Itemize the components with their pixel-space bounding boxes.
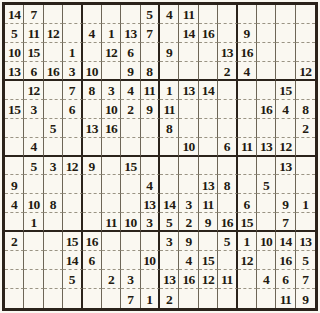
given-digit: 3	[69, 64, 75, 78]
cell-r8c1[interactable]	[5, 138, 24, 157]
cell-r12c2[interactable]: 1	[24, 213, 43, 232]
cell-r10c4[interactable]	[63, 175, 82, 194]
given-digit: 14	[279, 235, 291, 249]
cell-r8c15[interactable]: 12	[276, 138, 295, 157]
cell-r3c2[interactable]: 15	[24, 43, 43, 62]
cell-r11c8[interactable]: 13	[141, 194, 160, 213]
cell-r2c6[interactable]: 1	[102, 24, 121, 43]
cell-r7c5[interactable]: 13	[83, 119, 102, 138]
cell-r4c16[interactable]: 12	[296, 62, 315, 81]
given-digit: 5	[146, 8, 152, 22]
cell-r5c14[interactable]	[257, 81, 276, 100]
cell-r2c8[interactable]: 7	[141, 24, 160, 43]
given-digit: 7	[302, 273, 308, 287]
cell-r6c3[interactable]	[44, 100, 63, 119]
cell-r6c4[interactable]: 6	[63, 100, 82, 119]
cell-r2c15[interactable]	[276, 24, 295, 43]
cell-r8c7[interactable]	[121, 138, 140, 157]
cell-r10c7[interactable]	[121, 175, 140, 194]
cell-r5c2[interactable]: 12	[24, 81, 43, 100]
cell-r3c9[interactable]: 9	[160, 43, 179, 62]
cell-r10c14[interactable]: 5	[257, 175, 276, 194]
cell-r15c3[interactable]	[44, 270, 63, 289]
given-digit: 2	[11, 235, 17, 249]
cell-r6c14[interactable]: 16	[257, 100, 276, 119]
cell-r12c11[interactable]: 9	[199, 213, 218, 232]
cell-r12c9[interactable]: 5	[160, 213, 179, 232]
cell-r11c2[interactable]: 10	[24, 194, 43, 213]
cell-r3c7[interactable]: 6	[121, 43, 140, 62]
cell-r4c8[interactable]: 8	[141, 62, 160, 81]
cell-r14c14[interactable]	[257, 251, 276, 270]
cell-r15c1[interactable]	[5, 270, 24, 289]
cell-r5c3[interactable]	[44, 81, 63, 100]
cell-r9c1[interactable]	[5, 157, 24, 176]
cell-r13c12[interactable]: 5	[218, 232, 237, 251]
cell-r12c10[interactable]: 2	[179, 213, 198, 232]
cell-r3c12[interactable]: 13	[218, 43, 237, 62]
cell-r1c12[interactable]	[218, 5, 237, 24]
cell-r9c9[interactable]	[160, 157, 179, 176]
cell-r13c7[interactable]	[121, 232, 140, 251]
given-digit: 14	[8, 8, 20, 22]
cell-r8c16[interactable]	[296, 138, 315, 157]
cell-r6c12[interactable]	[218, 100, 237, 119]
cell-r10c10[interactable]	[179, 175, 198, 194]
cell-r12c13[interactable]: 15	[238, 213, 257, 232]
cell-r15c6[interactable]: 2	[102, 270, 121, 289]
cell-r1c3[interactable]	[44, 5, 63, 24]
cell-r7c2[interactable]	[24, 119, 43, 138]
cell-r4c11[interactable]	[199, 62, 218, 81]
given-digit: 12	[279, 140, 291, 154]
cell-r9c11[interactable]	[199, 157, 218, 176]
cell-r11c5[interactable]	[83, 194, 102, 213]
cell-r13c16[interactable]: 13	[296, 232, 315, 251]
cell-r5c11[interactable]: 14	[199, 81, 218, 100]
cell-r1c10[interactable]: 11	[179, 5, 198, 24]
cell-r14c7[interactable]	[121, 251, 140, 270]
given-digit: 6	[244, 197, 250, 211]
cell-r8c8[interactable]	[141, 138, 160, 157]
cell-r3c16[interactable]	[296, 43, 315, 62]
cell-r5c1[interactable]	[5, 81, 24, 100]
cell-r16c1[interactable]	[5, 289, 24, 308]
given-digit: 4	[30, 140, 36, 154]
cell-r9c3[interactable]: 3	[44, 157, 63, 176]
cell-r13c5[interactable]: 16	[83, 232, 102, 251]
given-digit: 9	[302, 292, 308, 306]
cell-r14c13[interactable]: 12	[238, 251, 257, 270]
cell-r10c9[interactable]	[160, 175, 179, 194]
cell-r8c14[interactable]: 13	[257, 138, 276, 157]
cell-r12c14[interactable]	[257, 213, 276, 232]
cell-r7c3[interactable]: 5	[44, 119, 63, 138]
cell-r7c8[interactable]	[141, 119, 160, 138]
cell-r3c3[interactable]	[44, 43, 63, 62]
cell-r13c1[interactable]: 2	[5, 232, 24, 251]
cell-r1c16[interactable]	[296, 5, 315, 24]
cell-r16c15[interactable]: 11	[276, 289, 295, 308]
cell-r13c11[interactable]	[199, 232, 218, 251]
cell-r11c9[interactable]: 14	[160, 194, 179, 213]
cell-r3c6[interactable]: 12	[102, 43, 121, 62]
cell-r9c10[interactable]	[179, 157, 198, 176]
cell-r1c9[interactable]: 4	[160, 5, 179, 24]
cell-r3c1[interactable]: 10	[5, 43, 24, 62]
cell-r9c12[interactable]	[218, 157, 237, 176]
cell-r9c2[interactable]: 5	[24, 157, 43, 176]
cell-r15c5[interactable]	[83, 270, 102, 289]
given-digit: 9	[146, 102, 152, 116]
cell-r8c13[interactable]: 11	[238, 138, 257, 157]
cell-r7c11[interactable]	[199, 119, 218, 138]
cell-r14c5[interactable]: 6	[83, 251, 102, 270]
given-digit: 9	[127, 64, 133, 78]
cell-r5c15[interactable]: 15	[276, 81, 295, 100]
given-digit: 2	[108, 273, 114, 287]
cell-r14c1[interactable]	[5, 251, 24, 270]
cell-r13c2[interactable]	[24, 232, 43, 251]
sudoku-16x16-board: 1475411511124113714169101511269131613616…	[2, 2, 318, 311]
cell-r14c12[interactable]	[218, 251, 237, 270]
cell-r2c16[interactable]	[296, 24, 315, 43]
cell-r7c10[interactable]	[179, 119, 198, 138]
cell-r1c6[interactable]	[102, 5, 121, 24]
cell-r3c15[interactable]	[276, 43, 295, 62]
cell-r4c2[interactable]: 6	[24, 62, 43, 81]
given-digit: 1	[30, 216, 36, 230]
cell-r11c1[interactable]: 4	[5, 194, 24, 213]
cell-r7c15[interactable]	[276, 119, 295, 138]
cell-r11c6[interactable]	[102, 194, 121, 213]
cell-r11c12[interactable]	[218, 194, 237, 213]
cell-r4c14[interactable]	[257, 62, 276, 81]
cell-r10c11[interactable]: 13	[199, 175, 218, 194]
cell-r1c14[interactable]	[257, 5, 276, 24]
cell-r1c2[interactable]: 7	[24, 5, 43, 24]
cell-r15c14[interactable]: 4	[257, 270, 276, 289]
cell-r10c16[interactable]	[296, 175, 315, 194]
cell-r8c5[interactable]	[83, 138, 102, 157]
cell-r4c6[interactable]	[102, 62, 121, 81]
given-digit: 7	[69, 83, 75, 97]
cell-r13c10[interactable]: 9	[179, 232, 198, 251]
cell-r12c12[interactable]: 16	[218, 213, 237, 232]
given-digit: 1	[302, 197, 308, 211]
cell-r11c11[interactable]: 11	[199, 194, 218, 213]
cell-r2c12[interactable]	[218, 24, 237, 43]
cell-r15c2[interactable]	[24, 270, 43, 289]
cell-r4c7[interactable]: 9	[121, 62, 140, 81]
cell-r13c15[interactable]: 14	[276, 232, 295, 251]
cell-r10c13[interactable]	[238, 175, 257, 194]
cell-r10c6[interactable]	[102, 175, 121, 194]
cell-r13c3[interactable]	[44, 232, 63, 251]
given-digit: 3	[166, 235, 172, 249]
cell-r7c12[interactable]	[218, 119, 237, 138]
cell-r16c4[interactable]	[63, 289, 82, 308]
cell-r4c4[interactable]: 3	[63, 62, 82, 81]
cell-r15c12[interactable]: 11	[218, 270, 237, 289]
cell-r6c6[interactable]: 10	[102, 100, 121, 119]
cell-r10c5[interactable]	[83, 175, 102, 194]
given-digit: 16	[241, 46, 253, 60]
cell-r3c13[interactable]: 16	[238, 43, 257, 62]
cell-r11c13[interactable]: 6	[238, 194, 257, 213]
cell-r14c15[interactable]: 16	[276, 251, 295, 270]
cell-r5c10[interactable]: 13	[179, 81, 198, 100]
cell-r8c12[interactable]: 6	[218, 138, 237, 157]
cell-r4c1[interactable]: 13	[5, 62, 24, 81]
cell-r16c8[interactable]: 1	[141, 289, 160, 308]
cell-r2c14[interactable]	[257, 24, 276, 43]
cell-r12c3[interactable]	[44, 213, 63, 232]
cell-r10c2[interactable]	[24, 175, 43, 194]
cell-r4c15[interactable]	[276, 62, 295, 81]
cell-r10c3[interactable]	[44, 175, 63, 194]
cell-r5c8[interactable]: 11	[141, 81, 160, 100]
cell-r9c16[interactable]	[296, 157, 315, 176]
cell-r2c9[interactable]	[160, 24, 179, 43]
cell-r16c7[interactable]: 7	[121, 289, 140, 308]
given-digit: 13	[8, 64, 20, 78]
cell-r5c12[interactable]	[218, 81, 237, 100]
cell-r5c13[interactable]	[238, 81, 257, 100]
cell-r12c4[interactable]	[63, 213, 82, 232]
cell-r7c9[interactable]: 8	[160, 119, 179, 138]
cell-r6c2[interactable]: 3	[24, 100, 43, 119]
cell-r13c13[interactable]: 1	[238, 232, 257, 251]
given-digit: 5	[302, 254, 308, 268]
cell-r9c8[interactable]	[141, 157, 160, 176]
cell-r13c6[interactable]	[102, 232, 121, 251]
cell-r14c4[interactable]: 14	[63, 251, 82, 270]
cell-r10c8[interactable]: 4	[141, 175, 160, 194]
given-digit: 3	[108, 83, 114, 97]
cell-r16c11[interactable]	[199, 289, 218, 308]
cell-r7c7[interactable]	[121, 119, 140, 138]
cell-r6c7[interactable]: 2	[121, 100, 140, 119]
cell-r10c15[interactable]	[276, 175, 295, 194]
cell-r2c13[interactable]: 9	[238, 24, 257, 43]
cell-r3c5[interactable]	[83, 43, 102, 62]
cell-r11c4[interactable]	[63, 194, 82, 213]
cell-r4c3[interactable]: 16	[44, 62, 63, 81]
cell-r15c16[interactable]: 7	[296, 270, 315, 289]
given-digit: 11	[28, 27, 40, 41]
cell-r6c16[interactable]: 8	[296, 100, 315, 119]
cell-r4c10[interactable]	[179, 62, 198, 81]
given-digit: 16	[221, 216, 233, 230]
cell-r3c10[interactable]	[179, 43, 198, 62]
cell-r8c11[interactable]	[199, 138, 218, 157]
given-digit: 3	[185, 197, 191, 211]
cell-r12c1[interactable]	[5, 213, 24, 232]
given-digit: 11	[221, 273, 233, 287]
cell-r16c5[interactable]	[83, 289, 102, 308]
given-digit: 16	[260, 102, 272, 116]
cell-r7c13[interactable]	[238, 119, 257, 138]
cell-r11c16[interactable]: 1	[296, 194, 315, 213]
cell-r16c12[interactable]	[218, 289, 237, 308]
cell-r2c4[interactable]	[63, 24, 82, 43]
given-digit: 11	[280, 292, 292, 306]
cell-r6c5[interactable]	[83, 100, 102, 119]
cell-r16c13[interactable]	[238, 289, 257, 308]
cell-r5c7[interactable]: 4	[121, 81, 140, 100]
cell-r16c10[interactable]	[179, 289, 198, 308]
cell-r2c3[interactable]: 12	[44, 24, 63, 43]
cell-r14c11[interactable]: 15	[199, 251, 218, 270]
cell-r9c15[interactable]: 13	[276, 157, 295, 176]
cell-r7c1[interactable]	[5, 119, 24, 138]
cell-r7c4[interactable]	[63, 119, 82, 138]
cell-r1c7[interactable]	[121, 5, 140, 24]
given-digit: 14	[202, 83, 214, 97]
cell-r13c9[interactable]: 3	[160, 232, 179, 251]
cell-r9c6[interactable]	[102, 157, 121, 176]
cell-r3c11[interactable]	[199, 43, 218, 62]
cell-r12c6[interactable]: 11	[102, 213, 121, 232]
cell-r5c9[interactable]: 1	[160, 81, 179, 100]
puzzle-page: 1475411511124113714169101511269131613616…	[0, 0, 320, 313]
cell-r12c15[interactable]: 7	[276, 213, 295, 232]
cell-r6c13[interactable]	[238, 100, 257, 119]
cell-r8c3[interactable]	[44, 138, 63, 157]
cell-r16c16[interactable]: 9	[296, 289, 315, 308]
cell-r1c5[interactable]	[83, 5, 102, 24]
cell-r2c10[interactable]: 14	[179, 24, 198, 43]
cell-r16c14[interactable]	[257, 289, 276, 308]
given-digit: 11	[202, 197, 214, 211]
cell-r16c3[interactable]	[44, 289, 63, 308]
cell-r8c6[interactable]	[102, 138, 121, 157]
cell-r15c10[interactable]: 16	[179, 270, 198, 289]
cell-r11c3[interactable]: 8	[44, 194, 63, 213]
given-digit: 6	[224, 140, 230, 154]
cell-r9c14[interactable]	[257, 157, 276, 176]
cell-r9c5[interactable]: 9	[83, 157, 102, 176]
given-digit: 2	[127, 102, 133, 116]
cell-r2c11[interactable]: 16	[199, 24, 218, 43]
cell-r4c12[interactable]: 2	[218, 62, 237, 81]
cell-r13c4[interactable]: 15	[63, 232, 82, 251]
cell-r14c10[interactable]: 4	[179, 251, 198, 270]
cell-r16c2[interactable]	[24, 289, 43, 308]
cell-r14c16[interactable]: 5	[296, 251, 315, 270]
cell-r13c8[interactable]	[141, 232, 160, 251]
cell-r2c2[interactable]: 11	[24, 24, 43, 43]
cell-r4c5[interactable]: 10	[83, 62, 102, 81]
given-digit: 16	[105, 121, 117, 135]
cell-r15c4[interactable]: 5	[63, 270, 82, 289]
cell-r9c13[interactable]	[238, 157, 257, 176]
cell-r9c7[interactable]: 15	[121, 157, 140, 176]
cell-r16c9[interactable]: 2	[160, 289, 179, 308]
cell-r1c11[interactable]	[199, 5, 218, 24]
cell-r5c16[interactable]	[296, 81, 315, 100]
cell-r2c1[interactable]: 5	[5, 24, 24, 43]
cell-r7c16[interactable]: 2	[296, 119, 315, 138]
cell-r12c5[interactable]	[83, 213, 102, 232]
given-digit: 15	[279, 83, 291, 97]
cell-r15c9[interactable]: 13	[160, 270, 179, 289]
given-digit: 4	[89, 27, 95, 41]
given-digit: 3	[146, 216, 152, 230]
cell-r13c14[interactable]: 10	[257, 232, 276, 251]
given-digit: 5	[11, 27, 17, 41]
cell-r12c16[interactable]	[296, 213, 315, 232]
cell-r1c1[interactable]: 14	[5, 5, 24, 24]
cell-r5c6[interactable]: 3	[102, 81, 121, 100]
cell-r3c8[interactable]	[141, 43, 160, 62]
cell-r7c6[interactable]: 16	[102, 119, 121, 138]
given-digit: 12	[105, 46, 117, 60]
cell-r7c14[interactable]	[257, 119, 276, 138]
cell-r15c11[interactable]: 12	[199, 270, 218, 289]
given-digit: 2	[302, 121, 308, 135]
cell-r1c8[interactable]: 5	[141, 5, 160, 24]
cell-r14c9[interactable]	[160, 251, 179, 270]
cell-r12c7[interactable]: 10	[121, 213, 140, 232]
cell-r8c10[interactable]: 10	[179, 138, 198, 157]
cell-r4c9[interactable]	[160, 62, 179, 81]
cell-r1c15[interactable]	[276, 5, 295, 24]
cell-r8c4[interactable]	[63, 138, 82, 157]
given-digit: 4	[263, 273, 269, 287]
cell-r15c8[interactable]	[141, 270, 160, 289]
cell-r6c1[interactable]: 15	[5, 100, 24, 119]
given-digit: 12	[202, 273, 214, 287]
cell-r16c6[interactable]	[102, 289, 121, 308]
cell-r6c10[interactable]	[179, 100, 198, 119]
cell-r12c8[interactable]: 3	[141, 213, 160, 232]
cell-r5c5[interactable]: 8	[83, 81, 102, 100]
cell-r10c1[interactable]: 9	[5, 175, 24, 194]
cell-r6c15[interactable]: 4	[276, 100, 295, 119]
cell-r1c13[interactable]	[238, 5, 257, 24]
cell-r14c8[interactable]: 10	[141, 251, 160, 270]
given-digit: 3	[127, 273, 133, 287]
cell-r8c9[interactable]	[160, 138, 179, 157]
cell-r9c4[interactable]: 12	[63, 157, 82, 176]
cell-r10c12[interactable]: 8	[218, 175, 237, 194]
cell-r14c3[interactable]	[44, 251, 63, 270]
cell-r14c2[interactable]	[24, 251, 43, 270]
cell-r3c4[interactable]: 1	[63, 43, 82, 62]
cell-r4c13[interactable]: 4	[238, 62, 257, 81]
cell-r6c11[interactable]	[199, 100, 218, 119]
cell-r15c15[interactable]: 6	[276, 270, 295, 289]
cell-r6c8[interactable]: 9	[141, 100, 160, 119]
cell-r11c7[interactable]	[121, 194, 140, 213]
cell-r15c7[interactable]: 3	[121, 270, 140, 289]
cell-r8c2[interactable]: 4	[24, 138, 43, 157]
cell-r1c4[interactable]	[63, 5, 82, 24]
cell-r11c14[interactable]	[257, 194, 276, 213]
cell-r11c15[interactable]: 9	[276, 194, 295, 213]
cell-r3c14[interactable]	[257, 43, 276, 62]
cell-r14c6[interactable]	[102, 251, 121, 270]
cell-r15c13[interactable]	[238, 270, 257, 289]
cell-r6c9[interactable]: 11	[160, 100, 179, 119]
cell-r2c5[interactable]: 4	[83, 24, 102, 43]
given-digit: 3	[30, 102, 36, 116]
cell-r2c7[interactable]: 13	[121, 24, 140, 43]
cell-r11c10[interactable]: 3	[179, 194, 198, 213]
cell-r5c4[interactable]: 7	[63, 81, 82, 100]
